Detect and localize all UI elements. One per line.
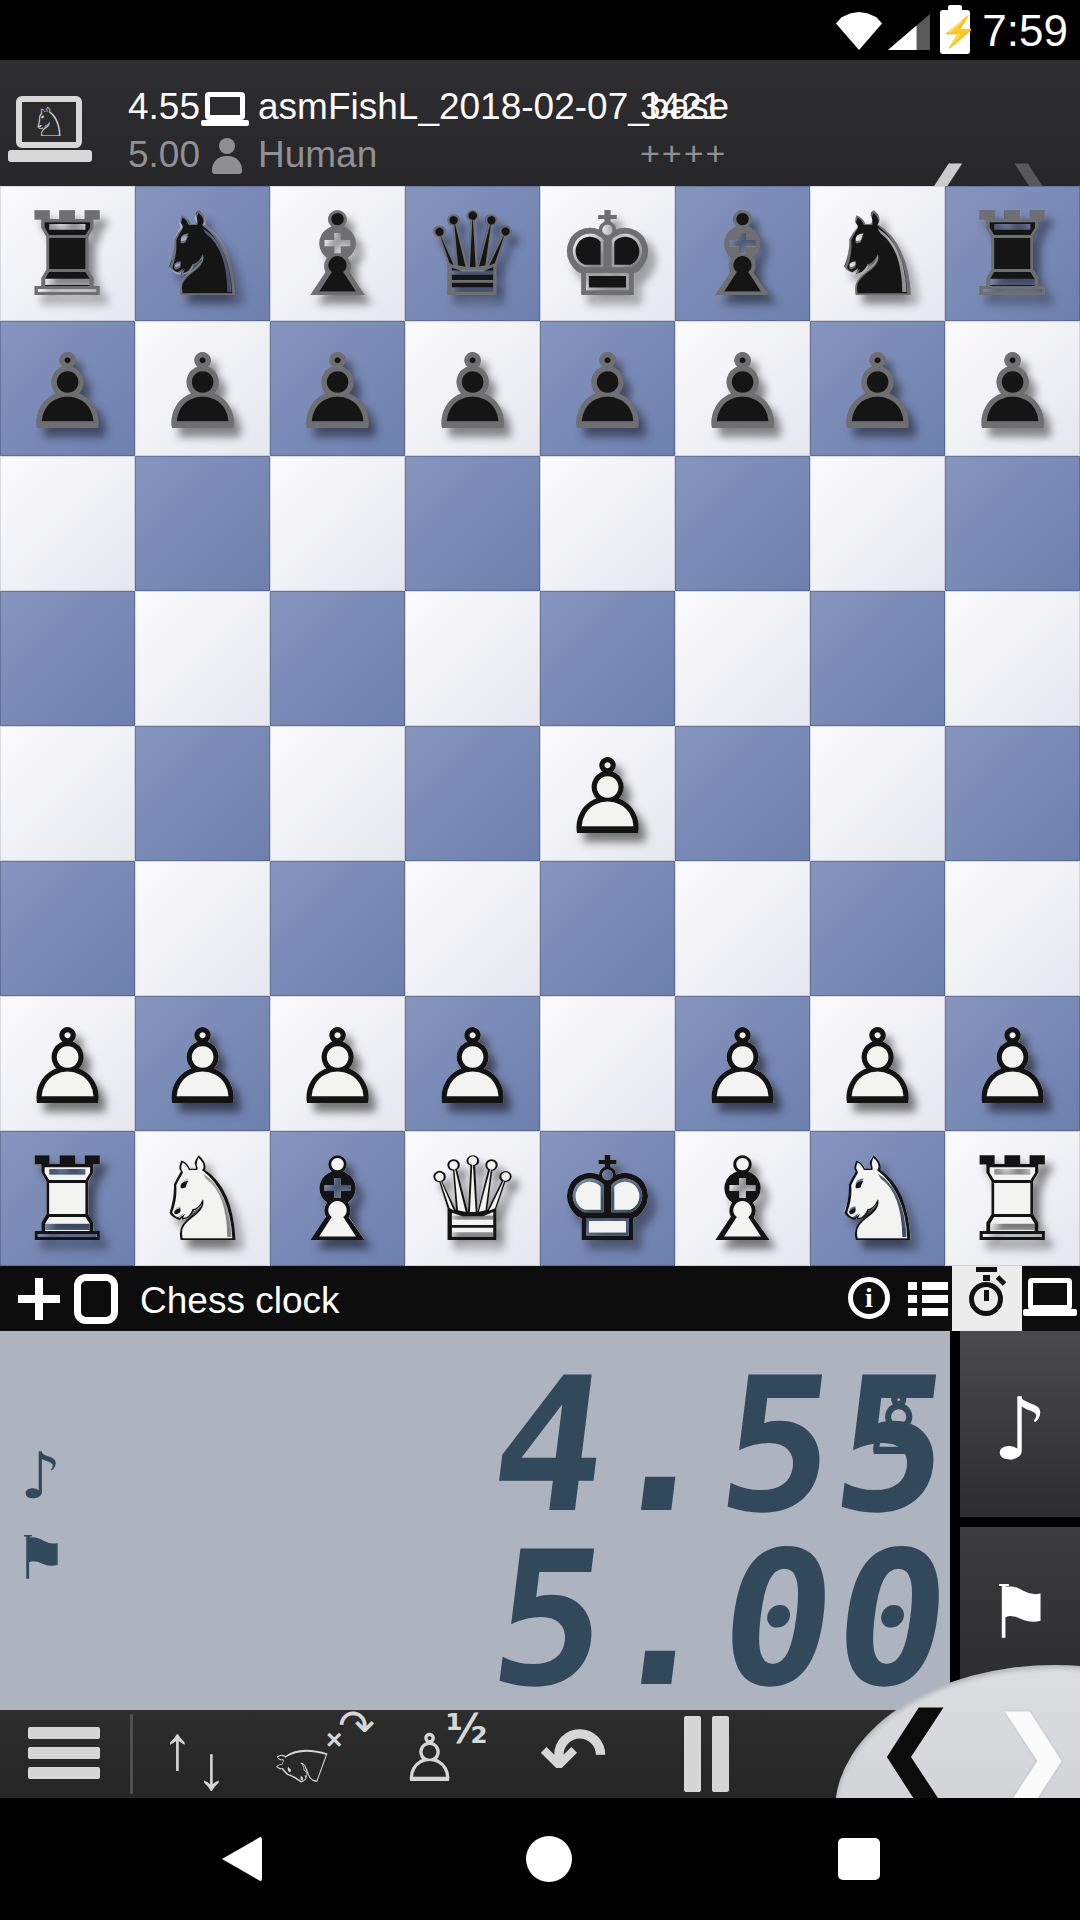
square-c6[interactable] (270, 456, 405, 591)
status-bar: ⚡ 7:59 (0, 0, 1080, 60)
square-f1[interactable]: ♝♗ (675, 1131, 810, 1266)
piece-black-bishop: ♝♗ (675, 186, 810, 321)
display-window-icon[interactable] (74, 1274, 118, 1324)
square-h7[interactable]: ♟♙ (945, 321, 1080, 456)
square-e2[interactable] (540, 996, 675, 1131)
square-g7[interactable]: ♟♙ (810, 321, 945, 456)
clock-time: 7:59 (982, 6, 1068, 56)
piece-black-pawn: ♟♙ (810, 321, 945, 456)
square-c7[interactable]: ♟♙ (270, 321, 405, 456)
app-screen: ⚡ 7:59 ♘ 4.55 asmFishL_2018-02-07_base 3… (0, 0, 1080, 1920)
piece-black-pawn: ♟♙ (0, 321, 135, 456)
square-c5[interactable] (270, 591, 405, 726)
piece-white-pawn: ♟♙ (405, 996, 540, 1131)
person-icon (210, 138, 244, 176)
piece-white-rook: ♜♖ (0, 1131, 135, 1266)
piece-black-pawn: ♟♙ (270, 321, 405, 456)
nav-recents-icon[interactable] (838, 1838, 880, 1880)
chess-clock-display: 4.55 5.00 ♙ ♪ ⚑ (0, 1331, 950, 1710)
piece-white-king: ♚♔ (540, 1131, 675, 1266)
next-move-icon[interactable]: ❯ (993, 1697, 1073, 1809)
sound-note-icon: ♪ (20, 1439, 61, 1513)
piece-black-bishop: ♝♗ (270, 186, 405, 321)
square-g6[interactable] (810, 456, 945, 591)
engine-rating: 3421 (640, 86, 722, 128)
wifi-icon (836, 12, 882, 50)
info-icon[interactable]: i (848, 1277, 890, 1319)
switch-sides-arrow: ↷ (338, 1700, 375, 1751)
square-a5[interactable] (0, 591, 135, 726)
list-icon[interactable] (908, 1280, 948, 1318)
square-a8[interactable]: ♜♖ (0, 186, 135, 321)
human-rating: ++++ (640, 134, 727, 173)
square-d7[interactable]: ♟♙ (405, 321, 540, 456)
square-g2[interactable]: ♟♙ (810, 996, 945, 1131)
square-a3[interactable] (0, 861, 135, 996)
piece-white-bishop: ♝♗ (675, 1131, 810, 1266)
game-header: ♘ 4.55 asmFishL_2018-02-07_base 3421 5.0… (0, 60, 1080, 186)
piece-white-bishop: ♝♗ (270, 1131, 405, 1266)
square-h4[interactable] (945, 726, 1080, 861)
square-f7[interactable]: ♟♙ (675, 321, 810, 456)
square-b8[interactable]: ♞♘ (135, 186, 270, 321)
bottom-clock-time: 5.00 (0, 1527, 1073, 1713)
side-panel: ♪ ⚑ (950, 1331, 1080, 1710)
square-f3[interactable] (675, 861, 810, 996)
square-d6[interactable] (405, 456, 540, 591)
clock-title: Chess clock (140, 1280, 339, 1322)
square-a6[interactable] (0, 456, 135, 591)
square-d8[interactable]: ♛♕ (405, 186, 540, 321)
square-b4[interactable] (135, 726, 270, 861)
square-a7[interactable]: ♟♙ (0, 321, 135, 456)
piece-black-knight: ♞♘ (135, 186, 270, 321)
square-h3[interactable] (945, 861, 1080, 996)
piece-white-pawn: ♟♙ (675, 996, 810, 1131)
square-e7[interactable]: ♟♙ (540, 321, 675, 456)
square-a2[interactable]: ♟♙ (0, 996, 135, 1131)
square-c2[interactable]: ♟♙ (270, 996, 405, 1131)
square-a4[interactable] (0, 726, 135, 861)
computer-icon (205, 92, 245, 120)
nav-home-icon[interactable] (526, 1836, 572, 1882)
prev-move-icon[interactable]: ❮ (875, 1693, 955, 1805)
offer-draw-half: ½ (446, 1706, 487, 1752)
piece-white-pawn: ♟♙ (810, 996, 945, 1131)
square-c1[interactable]: ♝♗ (270, 1131, 405, 1266)
piece-white-knight: ♞♘ (135, 1131, 270, 1266)
square-c8[interactable]: ♝♗ (270, 186, 405, 321)
square-e4[interactable]: ♟♙ (540, 726, 675, 861)
square-d2[interactable]: ♟♙ (405, 996, 540, 1131)
square-f6[interactable] (675, 456, 810, 591)
square-e5[interactable] (540, 591, 675, 726)
sound-button[interactable]: ♪ (960, 1331, 1080, 1517)
engine-tab-laptop-icon[interactable] (1028, 1278, 1072, 1310)
piece-white-pawn: ♟♙ (0, 996, 135, 1131)
charging-bolt-icon: ⚡ (940, 12, 970, 52)
piece-black-pawn: ♟♙ (405, 321, 540, 456)
stopwatch-tab-selected[interactable] (952, 1266, 1022, 1331)
square-c3[interactable] (270, 861, 405, 996)
square-b3[interactable] (135, 861, 270, 996)
piece-black-king: ♚♔ (540, 186, 675, 321)
human-time: 5.00 (128, 134, 200, 176)
human-name[interactable]: Human (258, 134, 377, 176)
square-d3[interactable] (405, 861, 540, 996)
piece-black-queen: ♛♕ (405, 186, 540, 321)
square-b5[interactable] (135, 591, 270, 726)
engine-laptop-base (8, 150, 92, 162)
square-a1[interactable]: ♜♖ (0, 1131, 135, 1266)
square-b6[interactable] (135, 456, 270, 591)
stopwatch-icon (969, 1282, 1003, 1316)
piece-black-knight: ♞♘ (810, 186, 945, 321)
piece-white-pawn: ♟♙ (945, 996, 1080, 1131)
undo-move-icon[interactable]: ↶ (540, 1710, 607, 1803)
piece-black-pawn: ♟♙ (945, 321, 1080, 456)
piece-white-knight: ♞♘ (810, 1131, 945, 1266)
square-f2[interactable]: ♟♙ (675, 996, 810, 1131)
chess-board[interactable]: ♜♖♞♘♝♗♛♕♚♔♝♗♞♘♜♖♟♙♟♙♟♙♟♙♟♙♟♙♟♙♟♙♟♙♟♙♟♙♟♙… (0, 186, 1080, 1266)
piece-white-pawn: ♟♙ (540, 726, 675, 861)
note-icon: ♪ (960, 1379, 1080, 1479)
square-h1[interactable]: ♜♖ (945, 1131, 1080, 1266)
square-g5[interactable] (810, 591, 945, 726)
square-c4[interactable] (270, 726, 405, 861)
square-g4[interactable] (810, 726, 945, 861)
square-b1[interactable]: ♞♘ (135, 1131, 270, 1266)
turn-indicator-pawn-icon: ♙ (862, 1377, 936, 1472)
engine-time: 4.55 (128, 86, 200, 128)
flag-icon: ⚑ (960, 1569, 1080, 1655)
square-f8[interactable]: ♝♗ (675, 186, 810, 321)
piece-black-pawn: ♟♙ (135, 321, 270, 456)
piece-black-rook: ♜♖ (0, 186, 135, 321)
square-d5[interactable] (405, 591, 540, 726)
square-e1[interactable]: ♚♔ (540, 1131, 675, 1266)
battery-charging-icon: ⚡ (940, 10, 970, 54)
square-d1[interactable]: ♛♕ (405, 1131, 540, 1266)
square-h2[interactable]: ♟♙ (945, 996, 1080, 1131)
square-g1[interactable]: ♞♘ (810, 1131, 945, 1266)
square-e3[interactable] (540, 861, 675, 996)
square-h5[interactable] (945, 591, 1080, 726)
square-d4[interactable] (405, 726, 540, 861)
add-icon[interactable] (18, 1278, 60, 1320)
piece-white-rook: ♜♖ (945, 1131, 1080, 1266)
flag-fall-icon: ⚑ (14, 1523, 68, 1593)
clock-toolbar: Chess clock i (0, 1266, 1080, 1331)
piece-black-pawn: ♟♙ (540, 321, 675, 456)
nav-back-icon[interactable] (222, 1836, 262, 1882)
square-f5[interactable] (675, 591, 810, 726)
android-nav-bar (0, 1798, 1080, 1920)
flip-board-icon-down[interactable]: ↓ (196, 1732, 227, 1803)
square-b7[interactable]: ♟♙ (135, 321, 270, 456)
square-h6[interactable] (945, 456, 1080, 591)
square-g3[interactable] (810, 861, 945, 996)
square-e6[interactable] (540, 456, 675, 591)
square-h8[interactable]: ♜♖ (945, 186, 1080, 321)
piece-white-pawn: ♟♙ (270, 996, 405, 1131)
engine-laptop-icon: ♘ (16, 96, 82, 148)
square-b2[interactable]: ♟♙ (135, 996, 270, 1131)
piece-white-pawn: ♟♙ (135, 996, 270, 1131)
piece-black-rook: ♜♖ (945, 186, 1080, 321)
piece-black-pawn: ♟♙ (675, 321, 810, 456)
toolbar-divider (130, 1714, 133, 1794)
square-e8[interactable]: ♚♔ (540, 186, 675, 321)
square-g8[interactable]: ♞♘ (810, 186, 945, 321)
square-f4[interactable] (675, 726, 810, 861)
flip-board-icon[interactable]: ↑ (162, 1712, 193, 1783)
piece-white-queen: ♛♕ (405, 1131, 540, 1266)
